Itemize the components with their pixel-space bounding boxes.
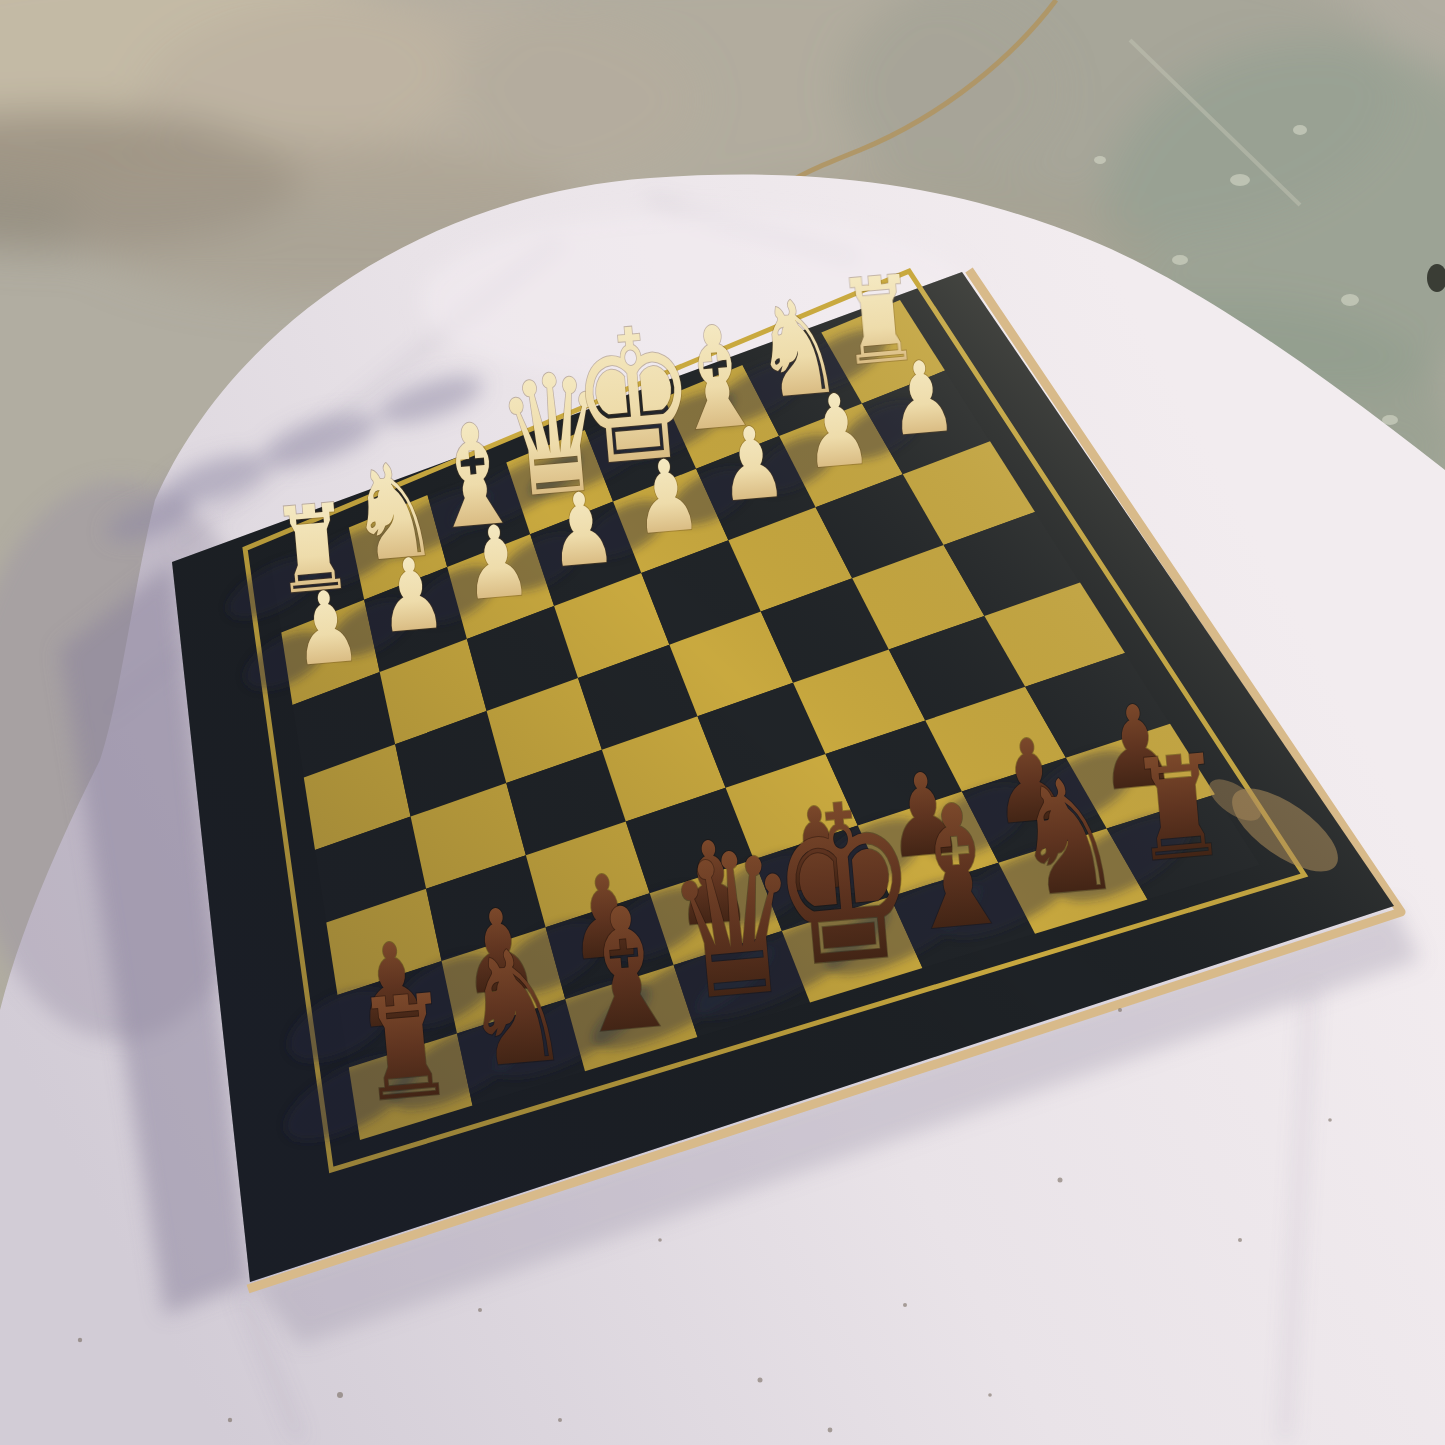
- debris-speck: [988, 1393, 992, 1397]
- concrete-speckle: [1341, 294, 1359, 306]
- debris-speck: [78, 1338, 82, 1342]
- piece-white-pawn-a2[interactable]: ♟: [288, 568, 364, 689]
- piece-black-knight-b8[interactable]: ♞: [455, 914, 575, 1105]
- debris-speck: [658, 1238, 662, 1242]
- debris-speck: [1058, 1178, 1063, 1183]
- outdoor-chess-photo: ♜♞♝♛♚♝♞♜♟♟♟♟♟♟♟♟♟♟♟♟♟♟♟♟♜♞♝♛♚♝♞♜: [0, 0, 1445, 1445]
- concrete-speckle: [1293, 125, 1307, 135]
- concrete-speckle: [1172, 255, 1188, 265]
- debris-speck: [228, 1418, 232, 1422]
- piece-white-pawn-f2[interactable]: ♟: [714, 404, 790, 525]
- debris-speck: [337, 1392, 343, 1398]
- debris-speck: [558, 1418, 562, 1422]
- piece-black-rook-a8[interactable]: ♜: [351, 963, 459, 1134]
- piece-white-pawn-e2[interactable]: ♟: [629, 437, 705, 558]
- piece-black-bishop-f8[interactable]: ♝: [892, 765, 1022, 970]
- debris-speck: [1328, 1118, 1332, 1122]
- scene-canvas: ♜♞♝♛♚♝♞♜♟♟♟♟♟♟♟♟♟♟♟♟♟♟♟♟♜♞♝♛♚♝♞♜: [0, 0, 1445, 1445]
- concrete-speckle: [1230, 174, 1250, 186]
- debris-speck: [478, 1308, 482, 1312]
- piece-black-knight-g8[interactable]: ♞: [1007, 742, 1127, 933]
- debris-speck: [903, 1303, 907, 1307]
- piece-white-pawn-b2[interactable]: ♟: [373, 535, 449, 656]
- concrete-speckle: [1094, 156, 1106, 164]
- debris-speck: [758, 1378, 763, 1383]
- debris-speck: [1118, 1008, 1122, 1012]
- piece-white-pawn-c2[interactable]: ♟: [458, 502, 534, 623]
- piece-black-rook-h8[interactable]: ♜: [1124, 723, 1232, 894]
- debris-speck: [828, 1428, 833, 1433]
- piece-white-pawn-d2[interactable]: ♟: [544, 470, 620, 591]
- piece-white-pawn-g2[interactable]: ♟: [799, 371, 875, 492]
- debris-speck: [1238, 1238, 1242, 1242]
- piece-white-pawn-h2[interactable]: ♟: [884, 338, 960, 459]
